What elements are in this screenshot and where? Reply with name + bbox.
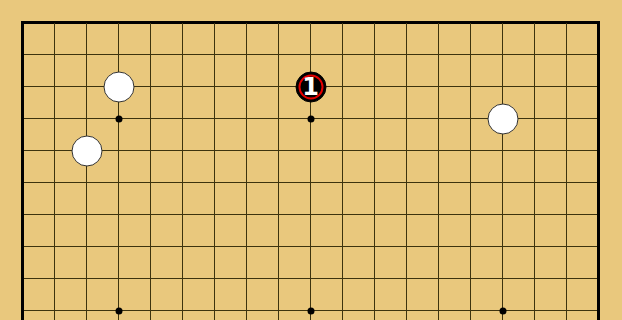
intersection[interactable] (135, 295, 167, 320)
intersection[interactable] (135, 71, 167, 103)
intersection[interactable] (391, 39, 423, 71)
intersection[interactable] (423, 199, 455, 231)
intersection[interactable] (167, 231, 199, 263)
intersection[interactable] (487, 231, 519, 263)
intersection[interactable] (327, 295, 359, 320)
intersection[interactable] (391, 295, 423, 320)
white-stone[interactable] (103, 71, 134, 102)
intersection[interactable] (199, 135, 231, 167)
intersection[interactable] (551, 103, 583, 135)
intersection[interactable] (391, 135, 423, 167)
intersection[interactable] (135, 135, 167, 167)
intersection[interactable] (135, 7, 167, 39)
intersection[interactable] (103, 39, 135, 71)
intersection[interactable] (263, 231, 295, 263)
intersection[interactable] (39, 71, 71, 103)
intersection[interactable] (263, 295, 295, 320)
intersection[interactable] (519, 71, 551, 103)
intersection[interactable] (551, 7, 583, 39)
intersection[interactable] (263, 263, 295, 295)
intersection[interactable] (519, 263, 551, 295)
intersection[interactable] (455, 231, 487, 263)
intersection[interactable] (135, 39, 167, 71)
intersection[interactable] (455, 295, 487, 320)
intersection[interactable] (135, 199, 167, 231)
intersection[interactable] (359, 135, 391, 167)
intersection[interactable] (519, 231, 551, 263)
board-grid (7, 7, 615, 320)
intersection[interactable] (263, 7, 295, 39)
intersection[interactable] (551, 295, 583, 320)
intersection[interactable] (231, 231, 263, 263)
intersection[interactable] (103, 7, 135, 39)
intersection[interactable] (551, 71, 583, 103)
intersection[interactable] (551, 39, 583, 71)
intersection[interactable] (359, 167, 391, 199)
intersection[interactable] (167, 71, 199, 103)
intersection[interactable] (71, 7, 103, 39)
intersection[interactable] (71, 71, 103, 103)
intersection[interactable] (39, 295, 71, 320)
intersection[interactable] (7, 231, 39, 263)
intersection[interactable] (519, 295, 551, 320)
intersection[interactable] (7, 7, 39, 39)
intersection[interactable] (359, 295, 391, 320)
intersection[interactable] (167, 295, 199, 320)
intersection[interactable] (583, 231, 615, 263)
intersection[interactable] (519, 167, 551, 199)
intersection[interactable] (551, 135, 583, 167)
intersection[interactable] (551, 263, 583, 295)
hoshi-star-point (115, 115, 122, 122)
intersection[interactable] (519, 7, 551, 39)
intersection[interactable] (167, 135, 199, 167)
intersection[interactable] (231, 167, 263, 199)
intersection[interactable] (103, 263, 135, 295)
intersection[interactable] (359, 71, 391, 103)
intersection[interactable] (39, 39, 71, 71)
intersection[interactable] (39, 7, 71, 39)
intersection[interactable] (327, 7, 359, 39)
intersection[interactable] (71, 231, 103, 263)
intersection[interactable] (7, 199, 39, 231)
intersection[interactable] (487, 71, 519, 103)
intersection[interactable] (519, 135, 551, 167)
intersection[interactable] (583, 135, 615, 167)
intersection[interactable] (231, 199, 263, 231)
intersection[interactable] (231, 71, 263, 103)
intersection[interactable] (327, 263, 359, 295)
intersection[interactable] (391, 199, 423, 231)
intersection[interactable] (167, 199, 199, 231)
intersection[interactable] (551, 167, 583, 199)
intersection[interactable] (423, 167, 455, 199)
intersection[interactable] (551, 231, 583, 263)
intersection[interactable] (71, 295, 103, 320)
intersection[interactable] (167, 167, 199, 199)
intersection[interactable] (263, 39, 295, 71)
intersection[interactable] (199, 71, 231, 103)
intersection[interactable] (199, 199, 231, 231)
intersection[interactable] (423, 71, 455, 103)
intersection[interactable] (519, 103, 551, 135)
intersection[interactable] (327, 135, 359, 167)
intersection[interactable] (391, 103, 423, 135)
intersection[interactable] (231, 39, 263, 71)
intersection[interactable] (199, 7, 231, 39)
intersection[interactable] (583, 71, 615, 103)
intersection[interactable] (103, 231, 135, 263)
intersection[interactable] (295, 135, 327, 167)
white-stone[interactable] (487, 103, 518, 134)
intersection[interactable] (103, 135, 135, 167)
intersection[interactable] (135, 103, 167, 135)
intersection[interactable] (359, 231, 391, 263)
intersection[interactable] (391, 231, 423, 263)
intersection[interactable] (135, 167, 167, 199)
intersection[interactable] (455, 39, 487, 71)
intersection[interactable] (263, 199, 295, 231)
intersection[interactable] (487, 135, 519, 167)
intersection[interactable] (135, 231, 167, 263)
intersection[interactable] (39, 167, 71, 199)
intersection[interactable] (71, 39, 103, 71)
hoshi-star-point (307, 115, 314, 122)
intersection[interactable] (327, 103, 359, 135)
intersection[interactable] (167, 39, 199, 71)
intersection[interactable] (583, 263, 615, 295)
intersection[interactable] (359, 39, 391, 71)
intersection[interactable] (455, 71, 487, 103)
intersection[interactable] (487, 263, 519, 295)
intersection[interactable] (167, 103, 199, 135)
intersection[interactable] (391, 71, 423, 103)
intersection[interactable] (327, 39, 359, 71)
hoshi-star-point (499, 307, 506, 314)
intersection[interactable] (7, 39, 39, 71)
intersection[interactable] (103, 199, 135, 231)
intersection[interactable] (167, 7, 199, 39)
intersection[interactable] (391, 7, 423, 39)
intersection[interactable] (391, 167, 423, 199)
intersection[interactable] (199, 231, 231, 263)
intersection[interactable] (455, 135, 487, 167)
intersection[interactable] (39, 263, 71, 295)
intersection[interactable] (583, 199, 615, 231)
intersection[interactable] (583, 7, 615, 39)
intersection[interactable] (455, 103, 487, 135)
intersection[interactable] (39, 199, 71, 231)
intersection[interactable] (359, 263, 391, 295)
intersection[interactable] (231, 295, 263, 320)
hoshi-star-point (115, 307, 122, 314)
intersection[interactable] (423, 263, 455, 295)
intersection[interactable] (7, 263, 39, 295)
intersection[interactable] (327, 167, 359, 199)
intersection[interactable] (167, 263, 199, 295)
intersection[interactable] (423, 135, 455, 167)
intersection[interactable] (327, 231, 359, 263)
intersection[interactable] (455, 199, 487, 231)
intersection[interactable] (423, 103, 455, 135)
intersection[interactable] (583, 39, 615, 71)
intersection[interactable] (391, 263, 423, 295)
move-number-label: 1 (302, 75, 319, 99)
intersection[interactable] (231, 103, 263, 135)
intersection[interactable] (103, 167, 135, 199)
intersection[interactable] (263, 71, 295, 103)
intersection[interactable] (7, 167, 39, 199)
intersection[interactable] (455, 167, 487, 199)
intersection[interactable] (71, 103, 103, 135)
intersection[interactable] (455, 263, 487, 295)
intersection[interactable] (583, 295, 615, 320)
intersection[interactable] (71, 167, 103, 199)
intersection[interactable] (519, 199, 551, 231)
intersection[interactable] (231, 7, 263, 39)
intersection[interactable] (39, 103, 71, 135)
intersection[interactable] (327, 199, 359, 231)
intersection[interactable] (39, 135, 71, 167)
intersection[interactable] (71, 263, 103, 295)
black-stone[interactable]: 1 (295, 71, 326, 102)
intersection[interactable] (199, 295, 231, 320)
intersection[interactable] (199, 167, 231, 199)
intersection[interactable] (359, 7, 391, 39)
intersection[interactable] (295, 167, 327, 199)
intersection[interactable] (423, 295, 455, 320)
intersection[interactable] (519, 39, 551, 71)
intersection[interactable] (263, 103, 295, 135)
hoshi-star-point (307, 307, 314, 314)
white-stone[interactable] (71, 135, 102, 166)
intersection[interactable] (295, 199, 327, 231)
intersection[interactable] (231, 263, 263, 295)
intersection[interactable] (263, 135, 295, 167)
intersection[interactable] (359, 103, 391, 135)
intersection[interactable] (423, 231, 455, 263)
intersection[interactable] (487, 199, 519, 231)
intersection[interactable] (7, 135, 39, 167)
intersection[interactable] (487, 7, 519, 39)
intersection[interactable] (359, 199, 391, 231)
intersection[interactable] (583, 103, 615, 135)
intersection[interactable] (7, 295, 39, 320)
intersection[interactable] (295, 231, 327, 263)
intersection[interactable] (295, 39, 327, 71)
intersection[interactable] (487, 167, 519, 199)
intersection[interactable] (71, 199, 103, 231)
intersection[interactable] (39, 231, 71, 263)
intersection[interactable] (199, 39, 231, 71)
intersection[interactable] (7, 103, 39, 135)
intersection[interactable] (423, 39, 455, 71)
intersection[interactable] (487, 39, 519, 71)
intersection[interactable] (295, 263, 327, 295)
intersection[interactable] (295, 7, 327, 39)
intersection[interactable] (455, 7, 487, 39)
intersection[interactable] (327, 71, 359, 103)
intersection[interactable] (263, 167, 295, 199)
intersection[interactable] (423, 7, 455, 39)
intersection[interactable] (583, 167, 615, 199)
intersection[interactable] (231, 135, 263, 167)
intersection[interactable] (199, 103, 231, 135)
intersection[interactable] (135, 263, 167, 295)
intersection[interactable] (7, 71, 39, 103)
intersection[interactable] (551, 199, 583, 231)
intersection[interactable] (199, 263, 231, 295)
go-board[interactable]: 1 (0, 0, 622, 320)
